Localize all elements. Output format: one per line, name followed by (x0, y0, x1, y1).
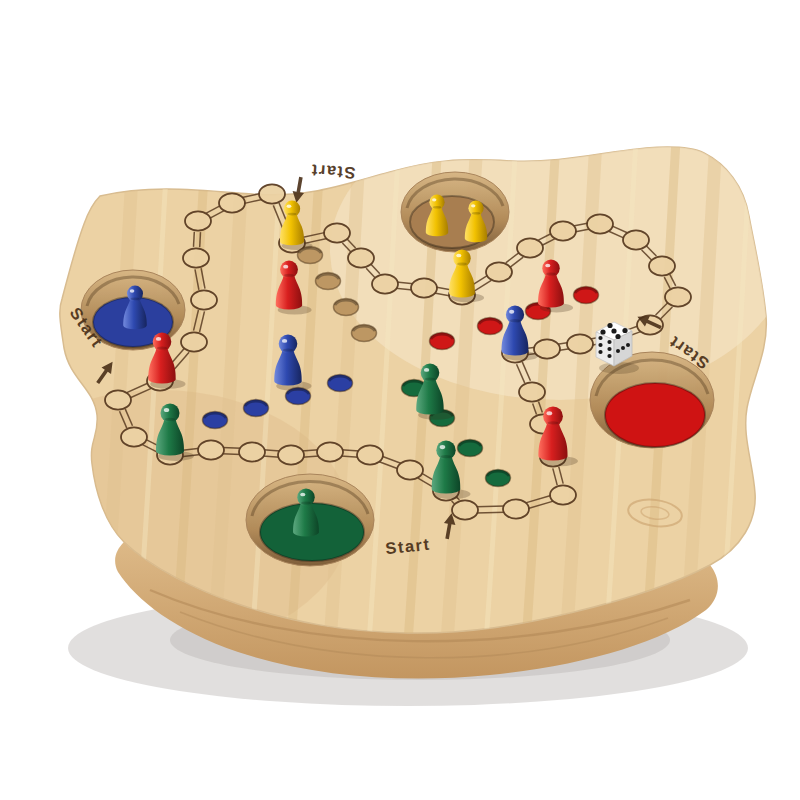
pawn-neck-shade (433, 206, 441, 209)
die-pip (607, 347, 611, 351)
track-field-4 (324, 223, 350, 242)
track-field-11 (550, 221, 576, 240)
die-pip (598, 343, 602, 347)
track-link (222, 454, 241, 455)
pawn-head-highlight (545, 264, 550, 268)
die-pip (600, 329, 605, 334)
track-field-6 (372, 274, 398, 293)
pawn-head-highlight (456, 254, 461, 258)
pawn-neck-shade (283, 348, 293, 351)
pawn-neck-shade (546, 273, 556, 276)
track-field-7 (411, 278, 437, 297)
pawn-head-highlight (130, 289, 135, 292)
die-pip (622, 328, 627, 333)
pawn-head-highlight (283, 265, 288, 269)
pawn-head-highlight (300, 493, 305, 497)
track-field-38 (181, 332, 207, 351)
track-field-31 (278, 445, 304, 464)
track-field-1 (219, 193, 245, 212)
pawn-head-highlight (547, 411, 553, 415)
pawn-head-highlight (164, 408, 170, 412)
track-field-24 (550, 485, 576, 504)
die-pip (607, 340, 611, 344)
pawn-neck-shade (510, 319, 520, 322)
pawn-neck-shade (131, 297, 140, 300)
track-field-39 (191, 290, 217, 309)
track-field-25 (503, 499, 529, 518)
die-pip (607, 354, 611, 358)
pawn-head-highlight (424, 368, 429, 372)
pawn-head-highlight (509, 310, 514, 314)
board-base-layer (0, 100, 790, 706)
pawn-head-highlight (440, 445, 446, 449)
pawn-neck-shade (301, 502, 311, 505)
die-pip (598, 336, 602, 340)
pawn-head-highlight (287, 204, 292, 207)
die-pip (616, 349, 620, 353)
pawn-neck-shade (284, 274, 294, 277)
pawn-head-highlight (156, 337, 161, 341)
track-field-21 (519, 382, 545, 401)
die-pip (607, 323, 612, 328)
track-field-40 (183, 248, 209, 267)
pawn-neck-shade (425, 377, 435, 380)
track-link (200, 232, 201, 247)
track-field-32 (239, 442, 265, 461)
track-field-2 (259, 184, 285, 203)
track-field-14 (649, 256, 675, 275)
die-pip (611, 328, 616, 333)
track-field-26 (452, 500, 478, 519)
track-field-33 (198, 440, 224, 459)
die-shadow (599, 362, 639, 374)
track-field-10 (517, 238, 543, 257)
track-field-15 (665, 287, 691, 306)
track-field-36 (105, 390, 131, 409)
track-field-30 (317, 442, 343, 461)
track-field-0 (185, 211, 211, 230)
die-pip (621, 346, 625, 350)
track-field-12 (587, 214, 613, 233)
track-field-29 (357, 445, 383, 464)
start-label-top: Start (310, 161, 356, 182)
ludo-board-scene: Start Start Start Start (0, 0, 800, 800)
track-link (222, 447, 241, 448)
photo-stage: Start Start Start Start (0, 0, 800, 800)
track-field-13 (623, 230, 649, 249)
die-pip (615, 334, 620, 339)
track-field-28 (397, 460, 423, 479)
track-field-35 (121, 427, 147, 446)
pawn-neck-shade (457, 263, 467, 266)
home-bowl-yellow (401, 172, 509, 252)
die-pip (626, 343, 630, 347)
bowl-floor (605, 383, 705, 447)
pawn-neck-shade (548, 421, 559, 424)
track-field-9 (486, 262, 512, 281)
pawn-neck-shade (157, 346, 167, 349)
track-field-5 (348, 248, 374, 267)
pawn-neck-shade (472, 212, 480, 215)
pawn-neck-shade (165, 418, 176, 421)
pawn-neck-shade (287, 213, 296, 216)
track-link (476, 506, 505, 507)
track-link (193, 232, 194, 247)
die-pip (598, 350, 602, 354)
pawn-neck-shade (441, 455, 452, 458)
track-field-18 (567, 334, 593, 353)
grain-wash-light (330, 100, 790, 400)
track-link (476, 512, 505, 513)
pawn-head-highlight (471, 204, 475, 207)
pawn-head-highlight (282, 339, 287, 343)
pawn-head-highlight (432, 198, 436, 201)
